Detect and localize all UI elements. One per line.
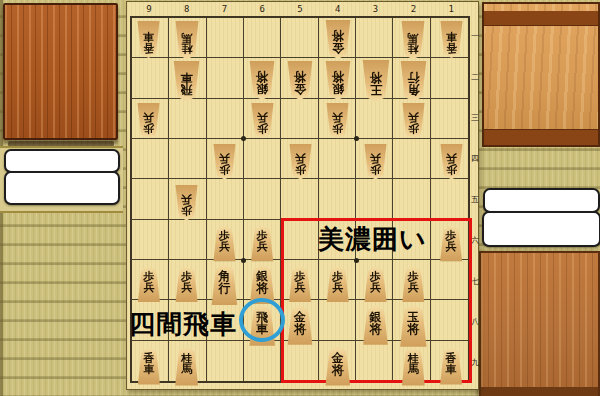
piece-kanji: 兵: [257, 112, 268, 123]
piece-kanji: 車: [446, 31, 457, 42]
file-label-7: 7: [206, 3, 244, 15]
piece-box-lid-edge: [484, 11, 598, 26]
piece-kanji: 将: [332, 364, 344, 376]
gote-piece-stand[interactable]: [3, 3, 118, 140]
square-6五[interactable]: [244, 179, 281, 219]
star-point-3: [241, 258, 246, 263]
piece-kanji: 将: [294, 323, 306, 335]
piece-kanji: 兵: [408, 282, 419, 293]
piece-kanji: 行: [218, 282, 230, 294]
piece-kanji: 車: [143, 31, 154, 42]
piece-kanji: 将: [407, 323, 419, 335]
piece-kanji: 兵: [446, 153, 457, 164]
piece-kanji: 兵: [332, 282, 343, 293]
square-4四[interactable]: [319, 139, 356, 179]
piece-kanji: 歩: [143, 123, 154, 134]
square-7二[interactable]: [207, 58, 244, 98]
piece-kanji: 金: [332, 42, 344, 54]
square-3三[interactable]: [356, 99, 393, 139]
piece-kanji: 車: [143, 364, 154, 375]
square-1三[interactable]: [431, 99, 468, 139]
piece-kanji: 兵: [370, 282, 381, 293]
piece-kanji: 歩: [181, 205, 192, 216]
piece-kanji: 兵: [295, 153, 306, 164]
gote-nameplate-bottom: [4, 171, 120, 205]
square-9五[interactable]: [132, 179, 169, 219]
piece-kanji: 馬: [181, 31, 192, 42]
rook-highlight-circle: [239, 298, 285, 342]
gote-nameplate-top: [4, 149, 120, 173]
square-9二[interactable]: [132, 58, 169, 98]
rank-label-3: 三: [470, 98, 480, 139]
square-9六[interactable]: [132, 220, 169, 260]
piece-kanji: 兵: [143, 282, 154, 293]
file-label-2: 2: [394, 3, 432, 15]
file-label-4: 4: [319, 3, 357, 15]
piece-box-base-edge: [484, 129, 598, 145]
square-5五[interactable]: [281, 179, 318, 219]
piece-kanji: 兵: [295, 282, 306, 293]
piece-kanji: 将: [256, 71, 268, 83]
piece-kanji: 将: [370, 323, 382, 335]
square-6一[interactable]: [244, 18, 281, 58]
mino-castle-label: 美濃囲い: [318, 222, 427, 257]
piece-kanji: 兵: [408, 112, 419, 123]
piece-kanji: 兵: [332, 112, 343, 123]
piece-kanji: 将: [256, 282, 268, 294]
file-label-8: 8: [168, 3, 206, 15]
square-8三[interactable]: [169, 99, 206, 139]
square-8六[interactable]: [169, 220, 206, 260]
piece-kanji: 行: [407, 71, 419, 83]
sente-nameplate-top: [483, 188, 600, 213]
piece-kanji: 歩: [295, 164, 306, 175]
rank-label-4: 四: [470, 138, 480, 179]
square-7五[interactable]: [207, 179, 244, 219]
piece-kanji: 将: [332, 71, 344, 83]
rank-label-5: 五: [470, 179, 480, 220]
rank-label-1: 一: [470, 16, 480, 57]
piece-kanji: 金: [294, 83, 306, 95]
piece-kanji: 兵: [219, 241, 230, 252]
piece-kanji: 兵: [219, 153, 230, 164]
star-point-2: [354, 136, 359, 141]
piece-kanji: 兵: [370, 153, 381, 164]
piece-kanji: 飛: [181, 83, 193, 95]
square-7三[interactable]: [207, 99, 244, 139]
piece-kanji: 金: [332, 352, 344, 364]
piece-kanji: 王: [370, 84, 382, 96]
piece-kanji: 銀: [256, 83, 268, 95]
piece-kanji: 歩: [370, 164, 381, 175]
square-2四[interactable]: [393, 139, 430, 179]
square-5一[interactable]: [281, 18, 318, 58]
piece-kanji: 銀: [332, 83, 344, 95]
piece-kanji: 歩: [446, 164, 457, 175]
piece-kanji: 歩: [408, 123, 419, 134]
square-4五[interactable]: [319, 179, 356, 219]
file-label-6: 6: [243, 3, 281, 15]
square-6四[interactable]: [244, 139, 281, 179]
square-7一[interactable]: [207, 18, 244, 58]
file-label-3: 3: [357, 3, 395, 15]
piece-kanji: 将: [370, 72, 382, 84]
piece-kanji: 馬: [408, 31, 419, 42]
sente-piece-stand[interactable]: [479, 251, 600, 396]
piece-kanji: 歩: [257, 123, 268, 134]
square-3一[interactable]: [356, 18, 393, 58]
square-1五[interactable]: [431, 179, 468, 219]
piece-kanji: 馬: [408, 364, 419, 375]
square-1二[interactable]: [431, 58, 468, 98]
sente-piece-stand-base: [481, 387, 598, 396]
square-8四[interactable]: [169, 139, 206, 179]
piece-box[interactable]: [482, 2, 600, 147]
square-2五[interactable]: [393, 179, 430, 219]
piece-kanji: 兵: [446, 241, 457, 252]
square-3五[interactable]: [356, 179, 393, 219]
piece-kanji: 車: [446, 364, 457, 375]
piece-kanji: 兵: [181, 194, 192, 205]
fourth-file-rook-label: 四間飛車: [129, 307, 237, 342]
square-9四[interactable]: [132, 139, 169, 179]
square-7九[interactable]: [207, 341, 244, 381]
rank-label-2: 二: [470, 57, 480, 98]
square-5三[interactable]: [281, 99, 318, 139]
shogi-game-screen: 987654321 一二三四五六七八九 香車桂馬金将桂馬香車飛車銀将金将銀将王将…: [0, 0, 600, 396]
piece-kanji: 将: [332, 30, 344, 42]
piece-kanji: 馬: [181, 364, 192, 375]
piece-kanji: 将: [294, 71, 306, 83]
file-label-9: 9: [130, 3, 168, 15]
sente-nameplate-bottom: [482, 211, 600, 247]
piece-kanji: 兵: [143, 112, 154, 123]
piece-kanji: 角: [407, 83, 419, 95]
file-label-5: 5: [281, 3, 319, 15]
piece-kanji: 兵: [181, 282, 192, 293]
piece-kanji: 歩: [332, 123, 343, 134]
piece-kanji: 桂: [181, 43, 192, 54]
piece-kanji: 兵: [257, 241, 268, 252]
piece-kanji: 車: [181, 71, 193, 83]
star-point-1: [241, 136, 246, 141]
square-6九[interactable]: [244, 341, 281, 381]
file-label-1: 1: [432, 3, 470, 15]
file-labels: 987654321: [130, 3, 470, 15]
piece-kanji: 歩: [219, 164, 230, 175]
piece-kanji: 香: [143, 42, 154, 53]
piece-kanji: 香: [446, 42, 457, 53]
piece-kanji: 桂: [408, 43, 419, 54]
